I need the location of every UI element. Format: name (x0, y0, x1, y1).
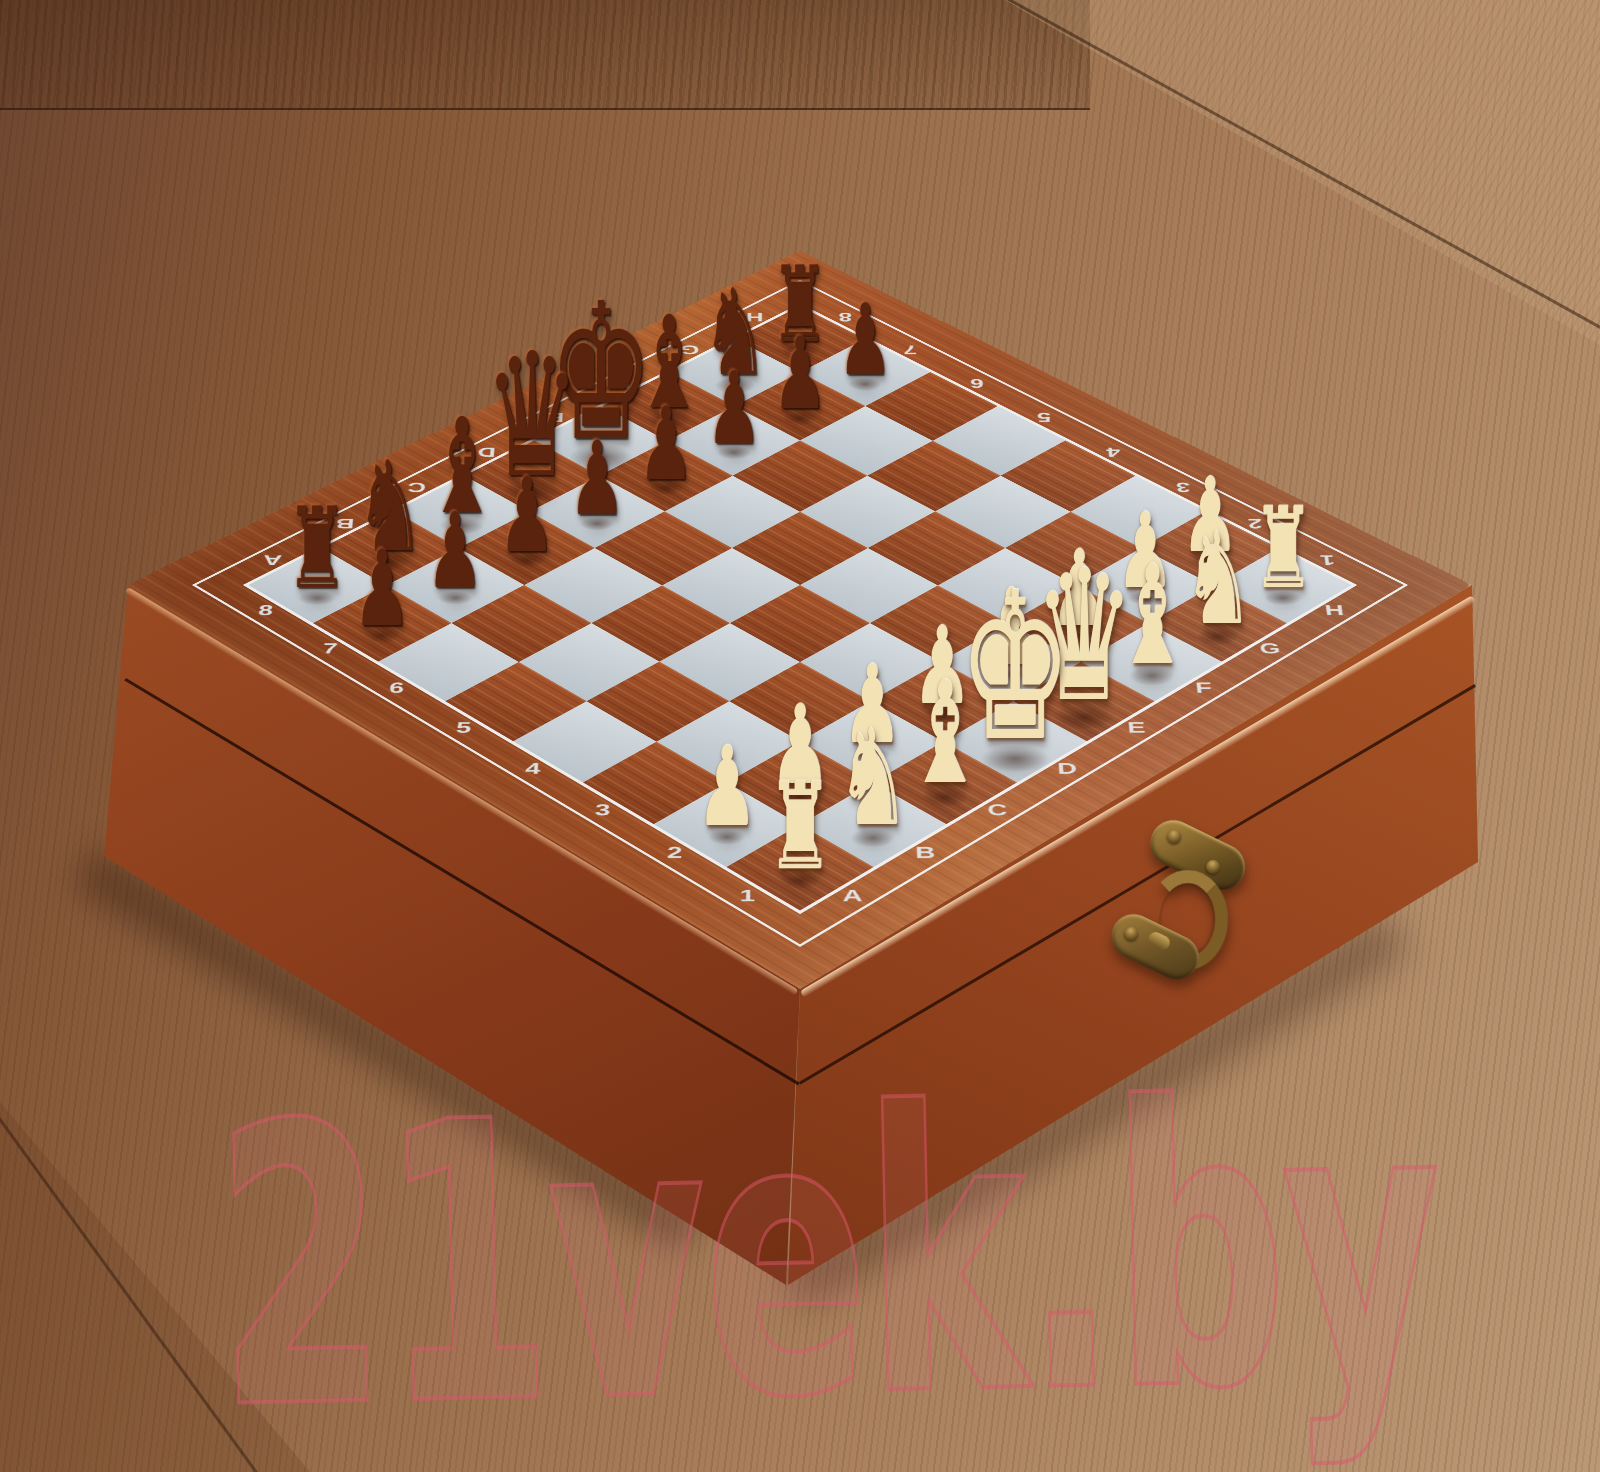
file-label-front-G: G (1251, 640, 1290, 660)
file-label-back-H: H (738, 307, 772, 324)
rank-label-left-5: 5 (444, 719, 483, 740)
file-label-front-E: E (1117, 719, 1156, 740)
rank-label-left-2: 2 (655, 843, 694, 865)
file-label-front-B: B (906, 843, 945, 865)
rank-label-right-2: 2 (1236, 513, 1274, 532)
rank-label-right-3: 3 (1165, 477, 1202, 496)
file-label-back-E: E (538, 407, 574, 425)
rank-label-right-7: 7 (893, 340, 927, 357)
file-label-front-D: D (1048, 759, 1087, 781)
rank-label-left-1: 1 (728, 886, 767, 909)
file-label-back-C: C (398, 477, 435, 496)
rank-label-right-4: 4 (1095, 442, 1131, 460)
rank-label-left-7: 7 (310, 640, 349, 660)
rank-label-left-4: 4 (513, 759, 552, 781)
rank-label-left-8: 8 (246, 602, 285, 622)
file-label-back-A: A (253, 549, 291, 568)
file-label-back-B: B (326, 513, 364, 532)
file-label-back-G: G (672, 340, 706, 357)
file-label-back-F: F (606, 373, 641, 391)
rank-label-right-5: 5 (1027, 407, 1063, 425)
file-label-front-A: A (833, 886, 872, 909)
file-label-front-F: F (1184, 679, 1223, 700)
file-label-back-D: D (469, 442, 505, 460)
rank-label-right-8: 8 (828, 307, 862, 324)
rank-label-right-1: 1 (1308, 549, 1346, 568)
rank-label-left-3: 3 (583, 801, 622, 823)
file-label-front-C: C (978, 801, 1017, 823)
table-plank-top (0, 0, 1090, 110)
file-label-front-H: H (1315, 602, 1354, 622)
rank-label-right-6: 6 (959, 373, 994, 391)
rank-label-left-6: 6 (377, 679, 416, 700)
